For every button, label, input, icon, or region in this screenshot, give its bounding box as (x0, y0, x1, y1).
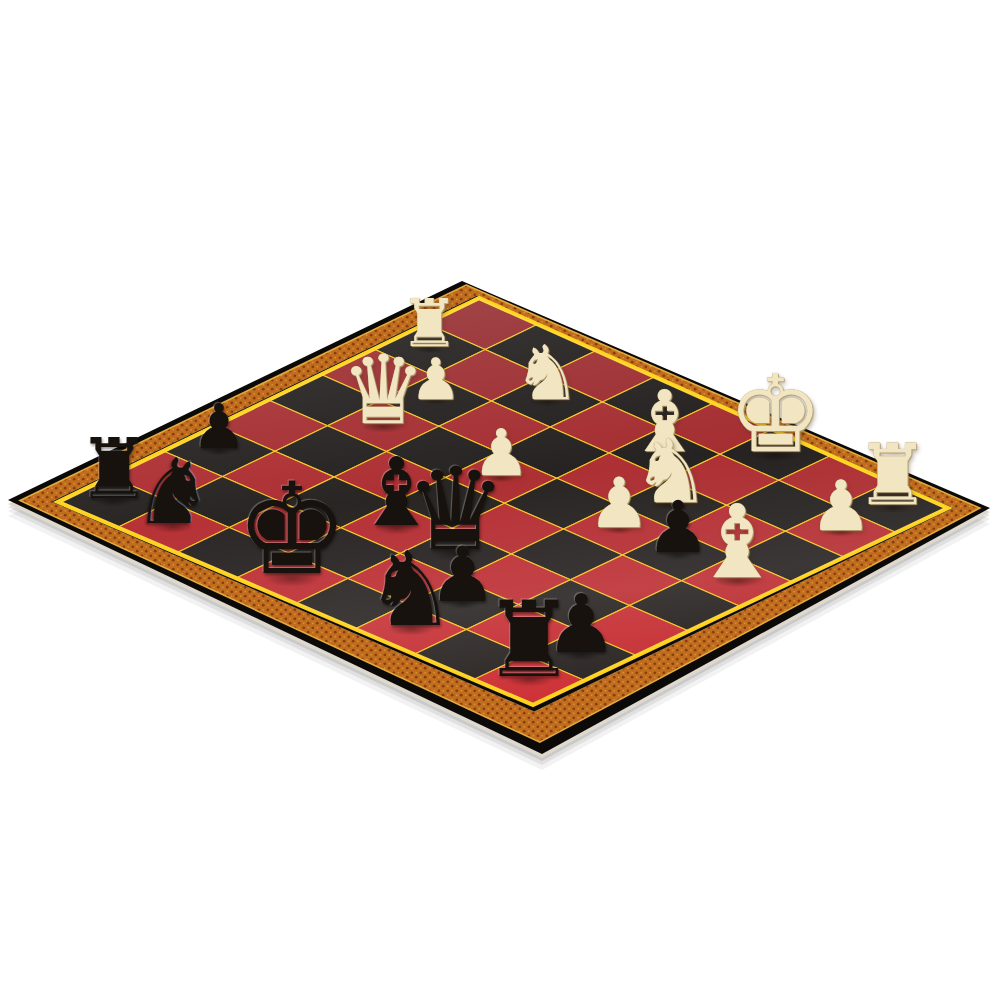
piece-white-pawn-f5[interactable]: ♟ (588, 469, 650, 538)
piece-black-king-d1[interactable]: ♚ (235, 467, 348, 594)
piece-white-bishop-h5[interactable]: ♝ (691, 492, 782, 594)
piece-black-knight-b1[interactable]: ♞ (133, 447, 214, 538)
piece-white-king-f8[interactable]: ♚ (728, 361, 824, 468)
product-photo-stage: ♚♜♜♞♝♟♟♞♛♟♟♝♟♟♝♛♟♟♜♞♚♞♜ (0, 0, 1000, 1000)
piece-black-rook-h1[interactable]: ♜ (482, 588, 576, 693)
piece-white-queen-b5[interactable]: ♛ (340, 342, 426, 437)
piece-black-knight-f1[interactable]: ♞ (364, 538, 457, 641)
piece-white-knight-c7[interactable]: ♞ (513, 335, 581, 410)
piece-white-pawn-h7[interactable]: ♟ (810, 471, 872, 540)
